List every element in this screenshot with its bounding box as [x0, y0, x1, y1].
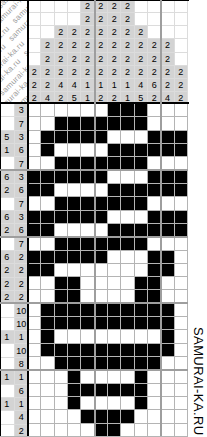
cell-r15c10[interactable]	[148, 290, 160, 302]
cell-r12c4[interactable]	[68, 251, 80, 263]
cell-r3c9[interactable]	[135, 131, 147, 143]
cell-r21c8[interactable]	[121, 370, 133, 382]
cell-r8c2[interactable]	[41, 197, 53, 209]
cell-r17c3[interactable]	[55, 317, 67, 329]
cell-r11c5[interactable]	[81, 237, 93, 249]
cell-r4c7[interactable]	[108, 144, 120, 156]
cell-r6c6[interactable]	[95, 171, 107, 183]
cell-r6c4[interactable]	[68, 171, 80, 183]
cell-r9c6[interactable]	[95, 211, 107, 223]
cell-r21c1[interactable]	[28, 370, 40, 382]
cell-r16c3[interactable]	[55, 304, 67, 316]
cell-r4c3[interactable]	[55, 144, 67, 156]
cell-r17c5[interactable]	[81, 317, 93, 329]
cell-r14c1[interactable]	[28, 277, 40, 289]
cell-r4c6[interactable]	[95, 144, 107, 156]
cell-r24c11[interactable]	[161, 410, 173, 422]
cell-r10c11[interactable]	[161, 224, 173, 236]
cell-r16c12[interactable]	[175, 304, 187, 316]
cell-r20c8[interactable]	[121, 357, 133, 369]
cell-r8c5[interactable]	[81, 197, 93, 209]
cell-r13c11[interactable]	[161, 264, 173, 276]
cell-r21c6[interactable]	[95, 370, 107, 382]
cell-r10c9[interactable]	[135, 224, 147, 236]
cell-r18c7[interactable]	[108, 330, 120, 342]
cell-r19c5[interactable]	[81, 344, 93, 356]
cell-r20c9[interactable]	[135, 357, 147, 369]
cell-r12c5[interactable]	[81, 251, 93, 263]
cell-r5c2[interactable]	[41, 157, 53, 169]
cell-r22c5[interactable]	[81, 384, 93, 396]
cell-r17c4[interactable]	[68, 317, 80, 329]
cell-r6c11[interactable]	[161, 171, 173, 183]
cell-r19c11[interactable]	[161, 344, 173, 356]
cell-r11c3[interactable]	[55, 237, 67, 249]
cell-r9c12[interactable]	[175, 211, 187, 223]
cell-r17c9[interactable]	[135, 317, 147, 329]
cell-r15c3[interactable]	[55, 290, 67, 302]
cell-r8c3[interactable]	[55, 197, 67, 209]
cell-r16c6[interactable]	[95, 304, 107, 316]
cell-r14c6[interactable]	[95, 277, 107, 289]
cell-r13c6[interactable]	[95, 264, 107, 276]
cell-r14c5[interactable]	[81, 277, 93, 289]
cell-r5c12[interactable]	[175, 157, 187, 169]
cell-r10c1[interactable]	[28, 224, 40, 236]
cell-r18c6[interactable]	[95, 330, 107, 342]
cell-r19c4[interactable]	[68, 344, 80, 356]
cell-r10c10[interactable]	[148, 224, 160, 236]
cell-r25c1[interactable]	[28, 424, 40, 436]
cell-r8c9[interactable]	[135, 197, 147, 209]
cell-r22c8[interactable]	[121, 384, 133, 396]
cell-r1c6[interactable]	[95, 104, 107, 116]
cell-r16c1[interactable]	[28, 304, 40, 316]
cell-r15c5[interactable]	[81, 290, 93, 302]
cell-r23c10[interactable]	[148, 397, 160, 409]
cell-r16c10[interactable]	[148, 304, 160, 316]
cell-r11c11[interactable]	[161, 237, 173, 249]
cell-r2c7[interactable]	[108, 117, 120, 129]
cell-r23c1[interactable]	[28, 397, 40, 409]
cell-r20c10[interactable]	[148, 357, 160, 369]
cell-r13c8[interactable]	[121, 264, 133, 276]
cell-r1c4[interactable]	[68, 104, 80, 116]
cell-r14c12[interactable]	[175, 277, 187, 289]
cell-r3c8[interactable]	[121, 131, 133, 143]
cell-r5c10[interactable]	[148, 157, 160, 169]
cell-r23c5[interactable]	[81, 397, 93, 409]
cell-r6c12[interactable]	[175, 171, 187, 183]
cell-r8c10[interactable]	[148, 197, 160, 209]
cell-r15c11[interactable]	[161, 290, 173, 302]
cell-r19c9[interactable]	[135, 344, 147, 356]
cell-r9c10[interactable]	[148, 211, 160, 223]
cell-r23c6[interactable]	[95, 397, 107, 409]
cell-r11c1[interactable]	[28, 237, 40, 249]
cell-r14c8[interactable]	[121, 277, 133, 289]
cell-r7c11[interactable]	[161, 184, 173, 196]
cell-r4c2[interactable]	[41, 144, 53, 156]
cell-r16c9[interactable]	[135, 304, 147, 316]
cell-r14c9[interactable]	[135, 277, 147, 289]
cell-r9c2[interactable]	[41, 211, 53, 223]
cell-r11c10[interactable]	[148, 237, 160, 249]
cell-r15c9[interactable]	[135, 290, 147, 302]
cell-r24c9[interactable]	[135, 410, 147, 422]
cell-r7c1[interactable]	[28, 184, 40, 196]
cell-r4c1[interactable]	[28, 144, 40, 156]
cell-r5c7[interactable]	[108, 157, 120, 169]
cell-r23c9[interactable]	[135, 397, 147, 409]
cell-r14c7[interactable]	[108, 277, 120, 289]
cell-r20c4[interactable]	[68, 357, 80, 369]
cell-r21c12[interactable]	[175, 370, 187, 382]
cell-r19c12[interactable]	[175, 344, 187, 356]
cell-r1c2[interactable]	[41, 104, 53, 116]
cell-r20c7[interactable]	[108, 357, 120, 369]
cell-r22c12[interactable]	[175, 384, 187, 396]
cell-r22c4[interactable]	[68, 384, 80, 396]
cell-r18c10[interactable]	[148, 330, 160, 342]
cell-r9c11[interactable]	[161, 211, 173, 223]
cell-r9c7[interactable]	[108, 211, 120, 223]
cell-r5c11[interactable]	[161, 157, 173, 169]
cell-r12c12[interactable]	[175, 251, 187, 263]
cell-r17c7[interactable]	[108, 317, 120, 329]
cell-r18c9[interactable]	[135, 330, 147, 342]
cell-r25c9[interactable]	[135, 424, 147, 436]
cell-r16c2[interactable]	[41, 304, 53, 316]
cell-r3c2[interactable]	[41, 131, 53, 143]
cell-r24c5[interactable]	[81, 410, 93, 422]
cell-r19c7[interactable]	[108, 344, 120, 356]
cell-r17c10[interactable]	[148, 317, 160, 329]
cell-r16c4[interactable]	[68, 304, 80, 316]
cell-r23c8[interactable]	[121, 397, 133, 409]
cell-r1c7[interactable]	[108, 104, 120, 116]
cell-r1c10[interactable]	[148, 104, 160, 116]
cell-r11c2[interactable]	[41, 237, 53, 249]
cell-r2c11[interactable]	[161, 117, 173, 129]
cell-r15c12[interactable]	[175, 290, 187, 302]
cell-r16c7[interactable]	[108, 304, 120, 316]
cell-r5c8[interactable]	[121, 157, 133, 169]
cell-r8c1[interactable]	[28, 197, 40, 209]
cell-r9c4[interactable]	[68, 211, 80, 223]
cell-r6c5[interactable]	[81, 171, 93, 183]
cell-r24c4[interactable]	[68, 410, 80, 422]
cell-r9c1[interactable]	[28, 211, 40, 223]
cell-r19c8[interactable]	[121, 344, 133, 356]
cell-r9c3[interactable]	[55, 211, 67, 223]
cell-r1c1[interactable]	[28, 104, 40, 116]
cell-r13c5[interactable]	[81, 264, 93, 276]
cell-r3c4[interactable]	[68, 131, 80, 143]
cell-r24c3[interactable]	[55, 410, 67, 422]
cell-r6c8[interactable]	[121, 171, 133, 183]
cell-r25c12[interactable]	[175, 424, 187, 436]
cell-r18c12[interactable]	[175, 330, 187, 342]
cell-r9c9[interactable]	[135, 211, 147, 223]
cell-r13c2[interactable]	[41, 264, 53, 276]
cell-r18c1[interactable]	[28, 330, 40, 342]
cell-r21c3[interactable]	[55, 370, 67, 382]
cell-r9c8[interactable]	[121, 211, 133, 223]
cell-r25c10[interactable]	[148, 424, 160, 436]
cell-r17c11[interactable]	[161, 317, 173, 329]
cell-r2c2[interactable]	[41, 117, 53, 129]
cell-r13c7[interactable]	[108, 264, 120, 276]
cell-r18c4[interactable]	[68, 330, 80, 342]
cell-r24c2[interactable]	[41, 410, 53, 422]
cell-r2c5[interactable]	[81, 117, 93, 129]
cell-r25c3[interactable]	[55, 424, 67, 436]
cell-r3c7[interactable]	[108, 131, 120, 143]
cell-r15c7[interactable]	[108, 290, 120, 302]
cell-r21c9[interactable]	[135, 370, 147, 382]
cell-r3c3[interactable]	[55, 131, 67, 143]
cell-r24c6[interactable]	[95, 410, 107, 422]
cell-r15c8[interactable]	[121, 290, 133, 302]
cell-r1c3[interactable]	[55, 104, 67, 116]
cell-r13c4[interactable]	[68, 264, 80, 276]
cell-r1c12[interactable]	[175, 104, 187, 116]
cell-r6c1[interactable]	[28, 171, 40, 183]
cell-r20c11[interactable]	[161, 357, 173, 369]
cell-r13c9[interactable]	[135, 264, 147, 276]
cell-r25c11[interactable]	[161, 424, 173, 436]
cell-r20c12[interactable]	[175, 357, 187, 369]
cell-r2c8[interactable]	[121, 117, 133, 129]
cell-r5c4[interactable]	[68, 157, 80, 169]
cell-r25c6[interactable]	[95, 424, 107, 436]
cell-r1c11[interactable]	[161, 104, 173, 116]
cell-r2c12[interactable]	[175, 117, 187, 129]
cell-r22c9[interactable]	[135, 384, 147, 396]
cell-r12c9[interactable]	[135, 251, 147, 263]
cell-r11c8[interactable]	[121, 237, 133, 249]
cell-r10c7[interactable]	[108, 224, 120, 236]
cell-r17c8[interactable]	[121, 317, 133, 329]
cell-r3c1[interactable]	[28, 131, 40, 143]
cell-r10c6[interactable]	[95, 224, 107, 236]
cell-r11c7[interactable]	[108, 237, 120, 249]
cell-r21c2[interactable]	[41, 370, 53, 382]
cell-r10c8[interactable]	[121, 224, 133, 236]
cell-r10c12[interactable]	[175, 224, 187, 236]
cell-r6c2[interactable]	[41, 171, 53, 183]
cell-r6c10[interactable]	[148, 171, 160, 183]
cell-r21c11[interactable]	[161, 370, 173, 382]
cell-r13c1[interactable]	[28, 264, 40, 276]
cell-r8c11[interactable]	[161, 197, 173, 209]
cell-r22c2[interactable]	[41, 384, 53, 396]
cell-r1c8[interactable]	[121, 104, 133, 116]
cell-r17c6[interactable]	[95, 317, 107, 329]
cell-r23c4[interactable]	[68, 397, 80, 409]
cell-r14c3[interactable]	[55, 277, 67, 289]
cell-r3c5[interactable]	[81, 131, 93, 143]
cell-r24c12[interactable]	[175, 410, 187, 422]
cell-r12c8[interactable]	[121, 251, 133, 263]
cell-r17c12[interactable]	[175, 317, 187, 329]
cell-r22c7[interactable]	[108, 384, 120, 396]
cell-r22c3[interactable]	[55, 384, 67, 396]
cell-r6c3[interactable]	[55, 171, 67, 183]
cell-r15c4[interactable]	[68, 290, 80, 302]
cell-r8c6[interactable]	[95, 197, 107, 209]
cell-r25c2[interactable]	[41, 424, 53, 436]
cell-r23c7[interactable]	[108, 397, 120, 409]
cell-r13c3[interactable]	[55, 264, 67, 276]
cell-r12c6[interactable]	[95, 251, 107, 263]
cell-r7c7[interactable]	[108, 184, 120, 196]
cell-r19c2[interactable]	[41, 344, 53, 356]
cell-r17c2[interactable]	[41, 317, 53, 329]
cell-r21c4[interactable]	[68, 370, 80, 382]
cell-r11c12[interactable]	[175, 237, 187, 249]
cell-r4c12[interactable]	[175, 144, 187, 156]
cell-r18c3[interactable]	[55, 330, 67, 342]
cell-r12c1[interactable]	[28, 251, 40, 263]
cell-r11c4[interactable]	[68, 237, 80, 249]
cell-r14c2[interactable]	[41, 277, 53, 289]
cell-r12c10[interactable]	[148, 251, 160, 263]
cell-r3c11[interactable]	[161, 131, 173, 143]
cell-r22c1[interactable]	[28, 384, 40, 396]
cell-r16c5[interactable]	[81, 304, 93, 316]
cell-r6c9[interactable]	[135, 171, 147, 183]
cell-r23c12[interactable]	[175, 397, 187, 409]
cell-r18c2[interactable]	[41, 330, 53, 342]
cell-r25c5[interactable]	[81, 424, 93, 436]
cell-r12c11[interactable]	[161, 251, 173, 263]
cell-r4c4[interactable]	[68, 144, 80, 156]
cell-r10c4[interactable]	[68, 224, 80, 236]
cell-r21c5[interactable]	[81, 370, 93, 382]
cell-r18c11[interactable]	[161, 330, 173, 342]
cell-r7c4[interactable]	[68, 184, 80, 196]
cell-r2c9[interactable]	[135, 117, 147, 129]
cell-r19c10[interactable]	[148, 344, 160, 356]
cell-r25c4[interactable]	[68, 424, 80, 436]
cell-r5c6[interactable]	[95, 157, 107, 169]
cell-r5c1[interactable]	[28, 157, 40, 169]
cell-r22c10[interactable]	[148, 384, 160, 396]
cell-r4c5[interactable]	[81, 144, 93, 156]
cell-r7c3[interactable]	[55, 184, 67, 196]
cell-r2c3[interactable]	[55, 117, 67, 129]
cell-r14c4[interactable]	[68, 277, 80, 289]
cell-r1c9[interactable]	[135, 104, 147, 116]
cell-r14c11[interactable]	[161, 277, 173, 289]
cell-r3c10[interactable]	[148, 131, 160, 143]
cell-r15c1[interactable]	[28, 290, 40, 302]
cell-r21c7[interactable]	[108, 370, 120, 382]
cell-r24c1[interactable]	[28, 410, 40, 422]
cell-r19c3[interactable]	[55, 344, 67, 356]
cell-r4c11[interactable]	[161, 144, 173, 156]
cell-r20c6[interactable]	[95, 357, 107, 369]
cell-r2c10[interactable]	[148, 117, 160, 129]
cell-r22c6[interactable]	[95, 384, 107, 396]
cell-r24c7[interactable]	[108, 410, 120, 422]
cell-r14c10[interactable]	[148, 277, 160, 289]
cell-r7c6[interactable]	[95, 184, 107, 196]
cell-r1c5[interactable]	[81, 104, 93, 116]
cell-r16c8[interactable]	[121, 304, 133, 316]
cell-r21c10[interactable]	[148, 370, 160, 382]
cell-r24c10[interactable]	[148, 410, 160, 422]
cell-r5c5[interactable]	[81, 157, 93, 169]
cell-r8c7[interactable]	[108, 197, 120, 209]
cell-r8c4[interactable]	[68, 197, 80, 209]
cell-r18c5[interactable]	[81, 330, 93, 342]
cell-r12c7[interactable]	[108, 251, 120, 263]
cell-r3c6[interactable]	[95, 131, 107, 143]
cell-r10c2[interactable]	[41, 224, 53, 236]
cell-r10c5[interactable]	[81, 224, 93, 236]
cell-r25c7[interactable]	[108, 424, 120, 436]
cell-r24c8[interactable]	[121, 410, 133, 422]
cell-r7c5[interactable]	[81, 184, 93, 196]
cell-r8c12[interactable]	[175, 197, 187, 209]
cell-r8c8[interactable]	[121, 197, 133, 209]
cell-r19c1[interactable]	[28, 344, 40, 356]
cell-r23c11[interactable]	[161, 397, 173, 409]
cell-r23c2[interactable]	[41, 397, 53, 409]
cell-r20c1[interactable]	[28, 357, 40, 369]
cell-r5c9[interactable]	[135, 157, 147, 169]
cell-r10c3[interactable]	[55, 224, 67, 236]
cell-r2c4[interactable]	[68, 117, 80, 129]
cell-r19c6[interactable]	[95, 344, 107, 356]
cell-r4c10[interactable]	[148, 144, 160, 156]
cell-r20c5[interactable]	[81, 357, 93, 369]
cell-r13c12[interactable]	[175, 264, 187, 276]
cell-r20c2[interactable]	[41, 357, 53, 369]
cell-r7c9[interactable]	[135, 184, 147, 196]
cell-r11c6[interactable]	[95, 237, 107, 249]
cell-r25c8[interactable]	[121, 424, 133, 436]
cell-r2c1[interactable]	[28, 117, 40, 129]
cell-r4c8[interactable]	[121, 144, 133, 156]
cell-r5c3[interactable]	[55, 157, 67, 169]
cell-r22c11[interactable]	[161, 384, 173, 396]
cell-r7c10[interactable]	[148, 184, 160, 196]
cell-r9c5[interactable]	[81, 211, 93, 223]
cell-r12c3[interactable]	[55, 251, 67, 263]
cell-r4c9[interactable]	[135, 144, 147, 156]
cell-r7c8[interactable]	[121, 184, 133, 196]
cell-r17c1[interactable]	[28, 317, 40, 329]
cell-r23c3[interactable]	[55, 397, 67, 409]
cell-r7c12[interactable]	[175, 184, 187, 196]
cell-r3c12[interactable]	[175, 131, 187, 143]
cell-r7c2[interactable]	[41, 184, 53, 196]
cell-r2c6[interactable]	[95, 117, 107, 129]
cell-r12c2[interactable]	[41, 251, 53, 263]
cell-r11c9[interactable]	[135, 237, 147, 249]
cell-r16c11[interactable]	[161, 304, 173, 316]
cell-r20c3[interactable]	[55, 357, 67, 369]
cell-r18c8[interactable]	[121, 330, 133, 342]
cell-r6c7[interactable]	[108, 171, 120, 183]
cell-r15c6[interactable]	[95, 290, 107, 302]
cell-r13c10[interactable]	[148, 264, 160, 276]
cell-r15c2[interactable]	[41, 290, 53, 302]
